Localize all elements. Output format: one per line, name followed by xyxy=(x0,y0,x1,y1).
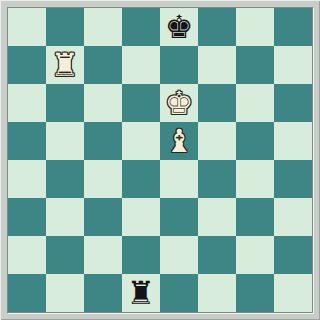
square-d1[interactable]: ♜ xyxy=(122,274,160,312)
square-b6[interactable] xyxy=(46,84,84,122)
chess-board: ♚♜♚♝♜ xyxy=(8,8,312,312)
square-h3[interactable] xyxy=(274,198,312,236)
square-g4[interactable] xyxy=(236,160,274,198)
square-c4[interactable] xyxy=(84,160,122,198)
square-a6[interactable] xyxy=(8,84,46,122)
square-f5[interactable] xyxy=(198,122,236,160)
square-f1[interactable] xyxy=(198,274,236,312)
square-a7[interactable] xyxy=(8,46,46,84)
square-b5[interactable] xyxy=(46,122,84,160)
square-c6[interactable] xyxy=(84,84,122,122)
square-h6[interactable] xyxy=(274,84,312,122)
board-frame: ♚♜♚♝♜ xyxy=(0,0,320,320)
square-d5[interactable] xyxy=(122,122,160,160)
square-e7[interactable] xyxy=(160,46,198,84)
square-g1[interactable] xyxy=(236,274,274,312)
square-c2[interactable] xyxy=(84,236,122,274)
square-d3[interactable] xyxy=(122,198,160,236)
square-e8[interactable]: ♚ xyxy=(160,8,198,46)
square-g3[interactable] xyxy=(236,198,274,236)
square-h7[interactable] xyxy=(274,46,312,84)
square-b2[interactable] xyxy=(46,236,84,274)
square-f4[interactable] xyxy=(198,160,236,198)
square-d4[interactable] xyxy=(122,160,160,198)
square-c5[interactable] xyxy=(84,122,122,160)
square-e5[interactable]: ♝ xyxy=(160,122,198,160)
square-e4[interactable] xyxy=(160,160,198,198)
piece-white-rook[interactable]: ♜ xyxy=(51,46,80,84)
piece-white-bishop[interactable]: ♝ xyxy=(165,122,194,160)
square-h1[interactable] xyxy=(274,274,312,312)
square-a5[interactable] xyxy=(8,122,46,160)
square-h4[interactable] xyxy=(274,160,312,198)
square-f6[interactable] xyxy=(198,84,236,122)
square-d8[interactable] xyxy=(122,8,160,46)
square-f8[interactable] xyxy=(198,8,236,46)
square-e1[interactable] xyxy=(160,274,198,312)
square-g5[interactable] xyxy=(236,122,274,160)
square-h5[interactable] xyxy=(274,122,312,160)
square-g6[interactable] xyxy=(236,84,274,122)
piece-black-rook[interactable]: ♜ xyxy=(127,274,156,312)
square-a3[interactable] xyxy=(8,198,46,236)
square-f2[interactable] xyxy=(198,236,236,274)
square-b7[interactable]: ♜ xyxy=(46,46,84,84)
square-b1[interactable] xyxy=(46,274,84,312)
square-g8[interactable] xyxy=(236,8,274,46)
square-g2[interactable] xyxy=(236,236,274,274)
square-c7[interactable] xyxy=(84,46,122,84)
square-f7[interactable] xyxy=(198,46,236,84)
square-d7[interactable] xyxy=(122,46,160,84)
square-e3[interactable] xyxy=(160,198,198,236)
square-d6[interactable] xyxy=(122,84,160,122)
square-a1[interactable] xyxy=(8,274,46,312)
piece-black-king[interactable]: ♚ xyxy=(165,8,194,46)
square-c8[interactable] xyxy=(84,8,122,46)
square-b4[interactable] xyxy=(46,160,84,198)
square-f3[interactable] xyxy=(198,198,236,236)
square-h8[interactable] xyxy=(274,8,312,46)
square-c3[interactable] xyxy=(84,198,122,236)
square-h2[interactable] xyxy=(274,236,312,274)
square-e6[interactable]: ♚ xyxy=(160,84,198,122)
square-a4[interactable] xyxy=(8,160,46,198)
square-d2[interactable] xyxy=(122,236,160,274)
piece-white-king[interactable]: ♚ xyxy=(165,84,194,122)
square-c1[interactable] xyxy=(84,274,122,312)
square-b8[interactable] xyxy=(46,8,84,46)
square-g7[interactable] xyxy=(236,46,274,84)
square-e2[interactable] xyxy=(160,236,198,274)
square-b3[interactable] xyxy=(46,198,84,236)
square-a8[interactable] xyxy=(8,8,46,46)
square-a2[interactable] xyxy=(8,236,46,274)
